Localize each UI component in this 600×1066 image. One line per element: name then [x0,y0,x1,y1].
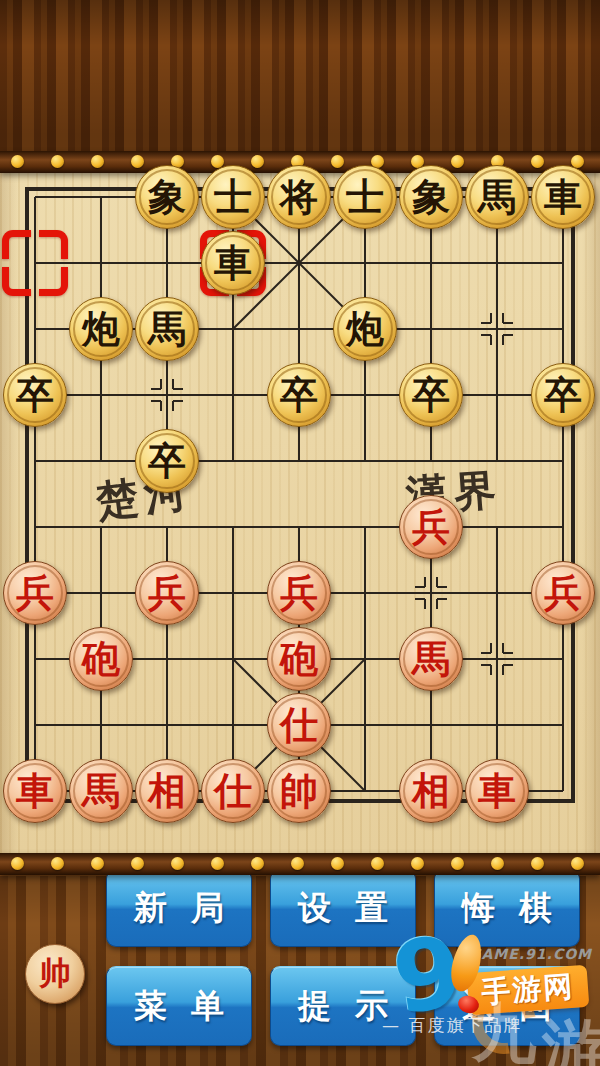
piece-red-cannon[interactable]: 砲 [69,627,133,691]
piece-red-advisor[interactable]: 仕 [267,693,331,757]
button-new-game[interactable]: 新局 [106,869,252,947]
piece-black-soldier[interactable]: 卒 [531,363,595,427]
piece-black-horse[interactable]: 馬 [465,165,529,229]
piece-red-advisor[interactable]: 仕 [201,759,265,823]
gold-stud-icon [411,857,424,870]
piece-black-chariot[interactable]: 車 [531,165,595,229]
bracket-corner-icon [39,230,68,259]
piece-red-soldier[interactable]: 兵 [3,561,67,625]
gold-stud-icon [331,857,344,870]
gold-stud-icon [531,857,544,870]
gold-stud-icon [451,857,464,870]
button-menu[interactable]: 菜单 [106,966,252,1046]
piece-layer: 象士将士象馬車車炮馬炮卒卒卒卒卒兵兵兵兵兵砲砲馬仕車馬相仕帥相車 [2,164,596,824]
control-buttons: 新局设置悔棋菜单提示返回 [106,869,580,1046]
piece-black-horse[interactable]: 馬 [135,297,199,361]
gold-stud-icon [251,857,264,870]
xiangqi-board: 楚河 漢界 象士将士象馬車車炮馬炮卒卒卒卒卒兵兵兵兵兵砲砲馬仕車馬相仕帥相車 [0,173,600,853]
piece-black-general[interactable]: 将 [267,165,331,229]
piece-red-elephant[interactable]: 相 [135,759,199,823]
bracket-corner-icon [2,230,31,259]
piece-red-soldier[interactable]: 兵 [531,561,595,625]
gold-stud-icon [251,155,264,168]
piece-red-horse[interactable]: 馬 [69,759,133,823]
gold-stud-icon [291,857,304,870]
top-wood-frame [0,0,600,152]
button-hint[interactable]: 提示 [270,966,416,1046]
piece-red-soldier[interactable]: 兵 [399,495,463,559]
bracket-corner-icon [2,267,31,296]
piece-black-elephant[interactable]: 象 [135,165,199,229]
button-settings[interactable]: 设置 [270,869,416,947]
last-move-origin-marker [2,230,68,296]
piece-black-soldier[interactable]: 卒 [135,429,199,493]
piece-black-advisor[interactable]: 士 [201,165,265,229]
bottom-stud-rail [0,853,600,875]
gold-stud-icon [51,857,64,870]
bracket-corner-icon [39,267,68,296]
piece-red-soldier[interactable]: 兵 [267,561,331,625]
gold-stud-icon [91,155,104,168]
piece-black-cannon[interactable]: 炮 [69,297,133,361]
gold-stud-icon [171,857,184,870]
piece-red-cannon[interactable]: 砲 [267,627,331,691]
piece-black-elephant[interactable]: 象 [399,165,463,229]
xiangqi-app-screen: 楚河 漢界 象士将士象馬車車炮馬炮卒卒卒卒卒兵兵兵兵兵砲砲馬仕車馬相仕帥相車 帅… [0,0,600,1066]
piece-black-soldier[interactable]: 卒 [3,363,67,427]
turn-indicator-piece: 帅 [25,944,85,1004]
gold-stud-icon [371,857,384,870]
gold-stud-icon [571,857,584,870]
gold-stud-icon [51,155,64,168]
gold-stud-icon [331,155,344,168]
gold-stud-icon [91,857,104,870]
piece-red-chariot[interactable]: 車 [3,759,67,823]
button-undo[interactable]: 悔棋 [434,869,580,947]
gold-stud-icon [131,857,144,870]
piece-red-horse[interactable]: 馬 [399,627,463,691]
button-back[interactable]: 返回 [434,966,580,1046]
piece-black-chariot[interactable]: 車 [201,231,265,295]
piece-black-advisor[interactable]: 士 [333,165,397,229]
piece-black-soldier[interactable]: 卒 [267,363,331,427]
gold-stud-icon [451,155,464,168]
piece-black-cannon[interactable]: 炮 [333,297,397,361]
gold-stud-icon [131,155,144,168]
piece-red-chariot[interactable]: 車 [465,759,529,823]
gold-stud-icon [491,857,504,870]
gold-stud-icon [11,155,24,168]
piece-red-elephant[interactable]: 相 [399,759,463,823]
piece-red-general[interactable]: 帥 [267,759,331,823]
piece-red-soldier[interactable]: 兵 [135,561,199,625]
gold-stud-icon [11,857,24,870]
gold-stud-icon [531,155,544,168]
gold-stud-icon [211,857,224,870]
piece-black-soldier[interactable]: 卒 [399,363,463,427]
